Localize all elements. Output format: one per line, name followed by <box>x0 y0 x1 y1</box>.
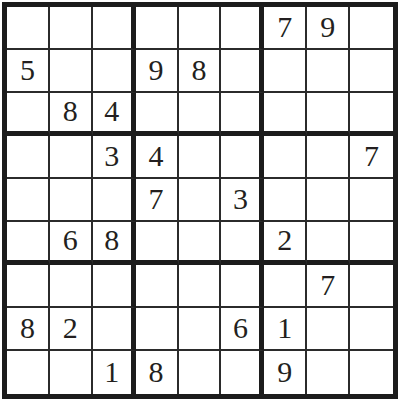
cell-r3c3: 4 <box>93 93 136 136</box>
cell-r7c1[interactable] <box>7 265 50 308</box>
cell-r5c7[interactable] <box>264 179 307 222</box>
given-digit: 3 <box>104 141 119 171</box>
cell-r2c2[interactable] <box>50 50 93 93</box>
cell-r9c3: 1 <box>93 351 136 394</box>
cell-r5c6: 3 <box>221 179 264 222</box>
sudoku-page: 79598843477368278261189 <box>0 0 400 401</box>
cell-r5c8[interactable] <box>307 179 350 222</box>
cell-r6c2: 6 <box>50 222 93 265</box>
cell-r3c4[interactable] <box>136 93 179 136</box>
cell-r5c9[interactable] <box>350 179 393 222</box>
cell-r6c5[interactable] <box>179 222 222 265</box>
cell-r1c2[interactable] <box>50 7 93 50</box>
cell-r3c1[interactable] <box>7 93 50 136</box>
cell-r6c7: 2 <box>264 222 307 265</box>
cell-r1c5[interactable] <box>179 7 222 50</box>
cell-r8c6: 6 <box>221 308 264 351</box>
cell-r2c8[interactable] <box>307 50 350 93</box>
cell-r9c1[interactable] <box>7 351 50 394</box>
cell-r4c1[interactable] <box>7 136 50 179</box>
cell-r7c5[interactable] <box>179 265 222 308</box>
given-digit: 1 <box>277 313 292 343</box>
cell-r1c3[interactable] <box>93 7 136 50</box>
cell-r4c4: 4 <box>136 136 179 179</box>
cell-r5c1[interactable] <box>7 179 50 222</box>
cell-r6c8[interactable] <box>307 222 350 265</box>
cell-r1c9[interactable] <box>350 7 393 50</box>
given-digit: 8 <box>191 55 206 85</box>
cell-r7c6[interactable] <box>221 265 264 308</box>
cell-r1c4[interactable] <box>136 7 179 50</box>
cell-r7c7[interactable] <box>264 265 307 308</box>
cell-r8c8[interactable] <box>307 308 350 351</box>
cell-r9c8[interactable] <box>307 351 350 394</box>
cell-r9c4: 8 <box>136 351 179 394</box>
cell-r3c6[interactable] <box>221 93 264 136</box>
given-digit: 8 <box>20 313 35 343</box>
cell-r4c2[interactable] <box>50 136 93 179</box>
cell-r3c7[interactable] <box>264 93 307 136</box>
given-digit: 7 <box>320 270 335 300</box>
cell-r7c8: 7 <box>307 265 350 308</box>
cell-r9c9[interactable] <box>350 351 393 394</box>
given-digit: 8 <box>149 357 164 387</box>
given-digit: 6 <box>63 225 78 255</box>
cell-r9c2[interactable] <box>50 351 93 394</box>
cell-r8c4[interactable] <box>136 308 179 351</box>
cell-r6c9[interactable] <box>350 222 393 265</box>
cell-r4c8[interactable] <box>307 136 350 179</box>
cell-r7c9[interactable] <box>350 265 393 308</box>
cell-r2c7[interactable] <box>264 50 307 93</box>
cell-r2c3[interactable] <box>93 50 136 93</box>
cell-r2c4: 9 <box>136 50 179 93</box>
cell-r4c7[interactable] <box>264 136 307 179</box>
given-digit: 2 <box>277 225 292 255</box>
cell-r8c3[interactable] <box>93 308 136 351</box>
given-digit: 8 <box>104 225 119 255</box>
cell-r3c2: 8 <box>50 93 93 136</box>
cell-r9c5[interactable] <box>179 351 222 394</box>
given-digit: 9 <box>277 357 292 387</box>
cell-r5c2[interactable] <box>50 179 93 222</box>
cell-r2c9[interactable] <box>350 50 393 93</box>
cell-r7c2[interactable] <box>50 265 93 308</box>
cell-r9c6[interactable] <box>221 351 264 394</box>
cell-r3c5[interactable] <box>179 93 222 136</box>
sudoku-board: 79598843477368278261189 <box>2 2 398 399</box>
cell-r6c6[interactable] <box>221 222 264 265</box>
given-digit: 5 <box>20 55 35 85</box>
cell-r5c5[interactable] <box>179 179 222 222</box>
cell-r6c4[interactable] <box>136 222 179 265</box>
cell-r5c3[interactable] <box>93 179 136 222</box>
given-digit: 3 <box>233 184 248 214</box>
cell-r1c6[interactable] <box>221 7 264 50</box>
given-digit: 7 <box>149 184 164 214</box>
cell-r2c1: 5 <box>7 50 50 93</box>
given-digit: 6 <box>233 313 248 343</box>
given-digit: 9 <box>149 55 164 85</box>
given-digit: 1 <box>104 357 119 387</box>
given-digit: 7 <box>364 141 379 171</box>
cell-r3c8[interactable] <box>307 93 350 136</box>
cell-r4c3: 3 <box>93 136 136 179</box>
given-digit: 8 <box>63 96 78 126</box>
cell-r8c5[interactable] <box>179 308 222 351</box>
cell-r2c6[interactable] <box>221 50 264 93</box>
given-digit: 7 <box>277 12 292 42</box>
given-digit: 4 <box>104 96 119 126</box>
cell-r9c7: 9 <box>264 351 307 394</box>
cell-r7c4[interactable] <box>136 265 179 308</box>
cell-r6c1[interactable] <box>7 222 50 265</box>
cell-r3c9[interactable] <box>350 93 393 136</box>
cell-r1c8: 9 <box>307 7 350 50</box>
cell-r8c2: 2 <box>50 308 93 351</box>
given-digit: 9 <box>320 12 335 42</box>
cell-r1c7: 7 <box>264 7 307 50</box>
cell-r7c3[interactable] <box>93 265 136 308</box>
given-digit: 2 <box>63 313 78 343</box>
cell-r4c5[interactable] <box>179 136 222 179</box>
cell-r4c9: 7 <box>350 136 393 179</box>
cell-r8c7: 1 <box>264 308 307 351</box>
cell-r8c9[interactable] <box>350 308 393 351</box>
cell-r1c1[interactable] <box>7 7 50 50</box>
cell-r5c4: 7 <box>136 179 179 222</box>
cell-r4c6[interactable] <box>221 136 264 179</box>
cell-r8c1: 8 <box>7 308 50 351</box>
cell-r6c3: 8 <box>93 222 136 265</box>
cell-r2c5: 8 <box>179 50 222 93</box>
given-digit: 4 <box>149 141 164 171</box>
